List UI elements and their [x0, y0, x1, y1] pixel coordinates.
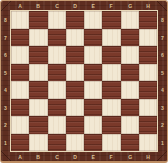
square-h6 — [139, 46, 157, 64]
square-f3 — [102, 99, 120, 117]
file-labels-bottom: ABCDEFGH — [11, 152, 157, 161]
coordinate-label: 2 — [159, 117, 167, 132]
file-labels-top: ABCDEFGH — [11, 1, 157, 10]
square-c5 — [48, 64, 66, 82]
board-playing-field — [10, 10, 158, 152]
square-f1 — [102, 134, 120, 152]
square-c6 — [48, 46, 66, 64]
square-h3 — [139, 99, 157, 117]
chess-board: ABCDEFGH ABCDEFGH 87654321 87654321 — [0, 0, 168, 163]
square-g6 — [121, 46, 139, 64]
square-h1 — [139, 134, 157, 152]
square-e4 — [84, 81, 102, 99]
square-b6 — [29, 46, 47, 64]
coordinate-label: F — [104, 153, 120, 161]
square-f7 — [102, 29, 120, 47]
frame-mitre-top-right — [157, 1, 167, 11]
square-c2 — [48, 116, 66, 134]
rank-labels-right: 87654321 — [158, 11, 167, 151]
square-b7 — [29, 29, 47, 47]
square-d8 — [66, 11, 84, 29]
square-b3 — [29, 99, 47, 117]
frame-mitre-bottom-left — [1, 151, 11, 161]
square-d1 — [66, 134, 84, 152]
square-a4 — [11, 81, 29, 99]
coordinate-label: B — [31, 2, 47, 10]
square-f8 — [102, 11, 120, 29]
coordinate-label: E — [85, 153, 101, 161]
coordinate-label: A — [12, 2, 28, 10]
coordinate-label: 2 — [2, 117, 10, 132]
coordinate-label: C — [49, 153, 65, 161]
coordinate-label: 5 — [159, 65, 167, 80]
square-h5 — [139, 64, 157, 82]
coordinate-label: D — [67, 2, 83, 10]
coordinate-label: D — [67, 153, 83, 161]
coordinate-label: 1 — [2, 135, 10, 150]
coordinate-label: H — [140, 2, 156, 10]
square-g7 — [121, 29, 139, 47]
square-b1 — [29, 134, 47, 152]
square-e5 — [84, 64, 102, 82]
coordinate-label: 8 — [159, 12, 167, 27]
coordinate-label: H — [140, 153, 156, 161]
coordinate-label: B — [31, 153, 47, 161]
square-c8 — [48, 11, 66, 29]
square-a1 — [11, 134, 29, 152]
coordinate-label: 3 — [159, 100, 167, 115]
square-a7 — [11, 29, 29, 47]
square-f6 — [102, 46, 120, 64]
square-e7 — [84, 29, 102, 47]
square-e3 — [84, 99, 102, 117]
coordinate-label: C — [49, 2, 65, 10]
square-a2 — [11, 116, 29, 134]
board-grid — [11, 11, 157, 151]
square-g5 — [121, 64, 139, 82]
square-g1 — [121, 134, 139, 152]
coordinate-label: 3 — [2, 100, 10, 115]
square-g3 — [121, 99, 139, 117]
coordinate-label: 4 — [159, 82, 167, 97]
square-a8 — [11, 11, 29, 29]
square-h2 — [139, 116, 157, 134]
square-b5 — [29, 64, 47, 82]
square-d6 — [66, 46, 84, 64]
square-h4 — [139, 81, 157, 99]
square-d4 — [66, 81, 84, 99]
square-c4 — [48, 81, 66, 99]
square-e6 — [84, 46, 102, 64]
square-g2 — [121, 116, 139, 134]
coordinate-label: 6 — [159, 47, 167, 62]
square-f4 — [102, 81, 120, 99]
square-h8 — [139, 11, 157, 29]
square-g8 — [121, 11, 139, 29]
square-d3 — [66, 99, 84, 117]
square-a6 — [11, 46, 29, 64]
coordinate-label: E — [85, 2, 101, 10]
coordinate-label: 7 — [2, 30, 10, 45]
coordinate-label: 5 — [2, 65, 10, 80]
coordinate-label: A — [12, 153, 28, 161]
square-d7 — [66, 29, 84, 47]
square-b2 — [29, 116, 47, 134]
coordinate-label: 4 — [2, 82, 10, 97]
square-b4 — [29, 81, 47, 99]
coordinate-label: G — [122, 2, 138, 10]
square-e1 — [84, 134, 102, 152]
coordinate-label: 6 — [2, 47, 10, 62]
square-b8 — [29, 11, 47, 29]
square-e2 — [84, 116, 102, 134]
rank-labels-left: 87654321 — [1, 11, 10, 151]
frame-mitre-bottom-right — [157, 151, 167, 161]
square-a3 — [11, 99, 29, 117]
coordinate-label: G — [122, 153, 138, 161]
square-c1 — [48, 134, 66, 152]
square-a5 — [11, 64, 29, 82]
square-c7 — [48, 29, 66, 47]
coordinate-label: 8 — [2, 12, 10, 27]
coordinate-label: 7 — [159, 30, 167, 45]
coordinate-label: F — [104, 2, 120, 10]
square-f2 — [102, 116, 120, 134]
square-d5 — [66, 64, 84, 82]
square-c3 — [48, 99, 66, 117]
square-h7 — [139, 29, 157, 47]
square-e8 — [84, 11, 102, 29]
square-f5 — [102, 64, 120, 82]
coordinate-label: 1 — [159, 135, 167, 150]
square-g4 — [121, 81, 139, 99]
square-d2 — [66, 116, 84, 134]
